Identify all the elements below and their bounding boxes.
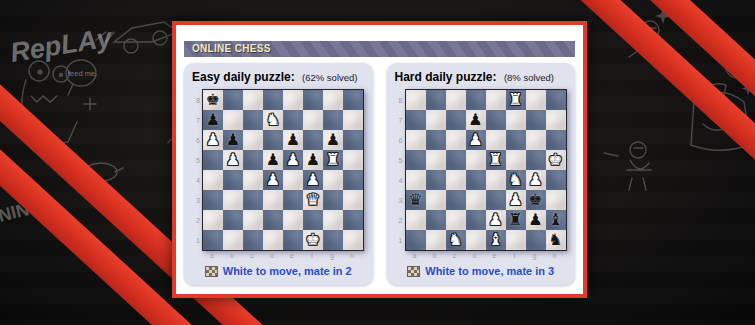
rank-label-1: 1 (196, 237, 200, 244)
square-d1 (263, 230, 283, 250)
square-f3: ♛ (303, 190, 323, 210)
white-pawn: ♟ (266, 172, 280, 188)
square-d4: ♟ (263, 170, 283, 190)
white-knight: ♞ (508, 172, 522, 188)
square-h7 (343, 110, 363, 130)
square-c5 (243, 150, 263, 170)
hard-puzzle-title: Hard daily puzzle: (395, 70, 497, 84)
rank-label-4: 4 (399, 177, 403, 184)
doodle-feed-me-text: feed me. (68, 69, 97, 78)
hard-puzzle-card: Hard daily puzzle: (8% solved) 87654321 … (387, 63, 576, 285)
square-e1: ♝ (486, 230, 506, 250)
square-e5: ♜ (486, 150, 506, 170)
square-c7 (243, 110, 263, 130)
square-a8 (406, 90, 426, 110)
square-b2 (223, 210, 243, 230)
square-h5 (343, 150, 363, 170)
file-label-g: g (533, 252, 537, 259)
square-f5 (506, 150, 526, 170)
square-c8 (243, 90, 263, 110)
square-b6 (426, 130, 446, 150)
white-king: ♚ (306, 232, 320, 248)
white-pawn: ♟ (226, 152, 240, 168)
square-f6 (303, 130, 323, 150)
square-a4 (406, 170, 426, 190)
square-d8 (263, 90, 283, 110)
square-g8 (526, 90, 546, 110)
section-title: ONLINE CHESS (192, 43, 271, 54)
rank-label-2: 2 (196, 217, 200, 224)
white-pawn: ♟ (508, 192, 522, 208)
square-g5: ♜ (323, 150, 343, 170)
file-label-a: a (413, 252, 417, 259)
square-e4 (486, 170, 506, 190)
black-pawn: ♟ (528, 212, 542, 228)
rank-label-7: 7 (399, 117, 403, 124)
square-e8 (486, 90, 506, 110)
square-e2 (283, 210, 303, 230)
easy-puzzle-card: Easy daily puzzle: (62% solved) 87654321… (184, 63, 373, 285)
square-d8 (466, 90, 486, 110)
square-e6 (486, 130, 506, 150)
square-h3 (343, 190, 363, 210)
white-queen: ♛ (306, 192, 320, 208)
square-a1 (203, 230, 223, 250)
black-pawn: ♟ (306, 152, 320, 168)
square-c1: ♞ (446, 230, 466, 250)
white-pawn: ♟ (306, 172, 320, 188)
easy-board-block: 87654321 ♚♟♞♟♟♟♟♟♟♟♟♜♟♟♛♚ abcdefgh (192, 89, 365, 259)
square-f7 (303, 110, 323, 130)
square-g5 (526, 150, 546, 170)
square-c4 (243, 170, 263, 190)
file-label-c: c (250, 252, 254, 259)
white-pawn: ♟ (286, 152, 300, 168)
file-label-f: f (514, 252, 516, 259)
square-a5 (406, 150, 426, 170)
file-label-a: a (210, 252, 214, 259)
square-d2 (466, 210, 486, 230)
square-b8 (223, 90, 243, 110)
hard-puzzle-title-row: Hard daily puzzle: (8% solved) (395, 70, 568, 84)
content-panel: ONLINE CHESS Easy daily puzzle: (62% sol… (172, 21, 587, 298)
square-e8 (283, 90, 303, 110)
hard-puzzle-link[interactable]: White to move, mate in 3 (395, 265, 568, 277)
square-b3 (223, 190, 243, 210)
square-g1 (526, 230, 546, 250)
square-h2: ♝ (546, 210, 566, 230)
square-h2 (343, 210, 363, 230)
easy-puzzle-title: Easy daily puzzle: (192, 70, 295, 84)
file-label-d: d (473, 252, 477, 259)
black-queen: ♛ (408, 192, 422, 208)
file-label-b: b (230, 252, 234, 259)
doodle-replay-graffiti: RepLAy (8, 22, 115, 68)
square-h6 (343, 130, 363, 150)
square-b7 (223, 110, 243, 130)
black-pawn: ♟ (326, 132, 340, 148)
square-f2 (303, 210, 323, 230)
square-a2 (406, 210, 426, 230)
black-bishop: ♝ (548, 212, 562, 228)
square-b3 (426, 190, 446, 210)
square-g7 (526, 110, 546, 130)
rank-label-5: 5 (399, 157, 403, 164)
square-b4 (223, 170, 243, 190)
easy-puzzle-board[interactable]: ♚♟♞♟♟♟♟♟♟♟♟♜♟♟♛♚ (202, 89, 364, 251)
square-f2: ♜ (506, 210, 526, 230)
square-f8: ♜ (506, 90, 526, 110)
square-a6 (406, 130, 426, 150)
square-g3 (323, 190, 343, 210)
black-pawn: ♟ (286, 132, 300, 148)
square-c8 (446, 90, 466, 110)
white-pawn: ♟ (528, 172, 542, 188)
square-c5 (446, 150, 466, 170)
hard-puzzle-board[interactable]: ♜♟♟♜♚♞♟♛♟♚♟♜♟♝♞♝♞ (405, 89, 567, 251)
black-king: ♚ (528, 192, 542, 208)
white-pawn: ♟ (488, 212, 502, 228)
square-b5 (426, 150, 446, 170)
square-g8 (323, 90, 343, 110)
square-d3 (466, 190, 486, 210)
square-h5: ♚ (546, 150, 566, 170)
square-a6: ♟ (203, 130, 223, 150)
square-g7 (323, 110, 343, 130)
square-c1 (243, 230, 263, 250)
square-d4 (466, 170, 486, 190)
square-a3: ♛ (406, 190, 426, 210)
square-f1: ♚ (303, 230, 323, 250)
square-b2 (426, 210, 446, 230)
square-h4 (343, 170, 363, 190)
hard-file-labels: abcdefgh (405, 252, 567, 259)
file-label-c: c (453, 252, 457, 259)
file-label-f: f (311, 252, 313, 259)
hard-board-block: 87654321 ♜♟♟♜♚♞♟♛♟♚♟♜♟♝♞♝♞ abcdefgh (395, 89, 568, 259)
white-bishop: ♝ (488, 232, 502, 248)
rank-label-4: 4 (196, 177, 200, 184)
square-a7: ♟ (203, 110, 223, 130)
easy-puzzle-link-label: White to move, mate in 2 (223, 265, 352, 277)
square-g4 (323, 170, 343, 190)
square-b7 (426, 110, 446, 130)
file-label-g: g (330, 252, 334, 259)
square-g2: ♟ (526, 210, 546, 230)
square-h8 (546, 90, 566, 110)
black-pawn: ♟ (266, 152, 280, 168)
square-h1: ♞ (546, 230, 566, 250)
square-d7: ♞ (263, 110, 283, 130)
square-g4: ♟ (526, 170, 546, 190)
square-h8 (343, 90, 363, 110)
square-e3 (486, 190, 506, 210)
square-e3 (283, 190, 303, 210)
square-b1 (426, 230, 446, 250)
square-e2: ♟ (486, 210, 506, 230)
white-pawn: ♟ (468, 132, 482, 148)
square-a7 (406, 110, 426, 130)
square-a8: ♚ (203, 90, 223, 110)
square-b4 (426, 170, 446, 190)
square-b8 (426, 90, 446, 110)
rank-label-3: 3 (399, 197, 403, 204)
square-e7 (283, 110, 303, 130)
easy-file-labels: abcdefgh (202, 252, 364, 259)
square-f4: ♞ (506, 170, 526, 190)
square-f6 (506, 130, 526, 150)
square-g3: ♚ (526, 190, 546, 210)
square-e5: ♟ (283, 150, 303, 170)
square-a5 (203, 150, 223, 170)
square-d3 (263, 190, 283, 210)
file-label-e: e (493, 252, 497, 259)
square-f7 (506, 110, 526, 130)
easy-puzzle-link[interactable]: White to move, mate in 2 (192, 265, 365, 277)
black-pawn: ♟ (206, 112, 220, 128)
square-d1 (466, 230, 486, 250)
square-a3 (203, 190, 223, 210)
square-g6 (526, 130, 546, 150)
black-pawn: ♟ (468, 112, 482, 128)
square-c3 (446, 190, 466, 210)
white-rook: ♜ (508, 92, 522, 108)
white-rook: ♜ (326, 152, 340, 168)
square-c3 (243, 190, 263, 210)
black-rook: ♜ (508, 212, 522, 228)
square-f8 (303, 90, 323, 110)
rank-label-6: 6 (196, 137, 200, 144)
square-d5 (466, 150, 486, 170)
square-h6 (546, 130, 566, 150)
black-knight: ♞ (548, 232, 562, 248)
square-f5: ♟ (303, 150, 323, 170)
square-b6: ♟ (223, 130, 243, 150)
rank-label-2: 2 (399, 217, 403, 224)
file-label-h: h (553, 252, 557, 259)
easy-puzzle-solved-stat: (62% solved) (302, 72, 357, 83)
square-e4 (283, 170, 303, 190)
square-b5: ♟ (223, 150, 243, 170)
white-king: ♚ (548, 152, 562, 168)
mini-chessboard-icon (407, 266, 420, 277)
square-g6: ♟ (323, 130, 343, 150)
square-a4 (203, 170, 223, 190)
square-d5: ♟ (263, 150, 283, 170)
rank-label-3: 3 (196, 197, 200, 204)
square-g2 (323, 210, 343, 230)
square-c4 (446, 170, 466, 190)
rank-label-8: 8 (399, 97, 403, 104)
square-b1 (223, 230, 243, 250)
easy-rank-labels: 87654321 (192, 89, 202, 251)
square-a2 (203, 210, 223, 230)
square-h1 (343, 230, 363, 250)
hard-puzzle-solved-stat: (8% solved) (504, 72, 554, 83)
square-c7 (446, 110, 466, 130)
hard-puzzle-link-label: White to move, mate in 3 (425, 265, 554, 277)
square-h7 (546, 110, 566, 130)
square-e6: ♟ (283, 130, 303, 150)
square-c6 (446, 130, 466, 150)
rank-label-6: 6 (399, 137, 403, 144)
white-knight: ♞ (266, 112, 280, 128)
easy-puzzle-title-row: Easy daily puzzle: (62% solved) (192, 70, 365, 84)
section-header: ONLINE CHESS (184, 41, 575, 57)
square-g1 (323, 230, 343, 250)
square-h4 (546, 170, 566, 190)
square-e1 (283, 230, 303, 250)
file-label-d: d (270, 252, 274, 259)
square-c6 (243, 130, 263, 150)
rank-label-8: 8 (196, 97, 200, 104)
white-knight: ♞ (448, 232, 462, 248)
square-c2 (243, 210, 263, 230)
square-e7 (486, 110, 506, 130)
square-d6 (263, 130, 283, 150)
file-label-h: h (350, 252, 354, 259)
square-d6: ♟ (466, 130, 486, 150)
rank-label-1: 1 (399, 237, 403, 244)
file-label-b: b (433, 252, 437, 259)
square-h3 (546, 190, 566, 210)
square-f4: ♟ (303, 170, 323, 190)
square-f1 (506, 230, 526, 250)
hard-rank-labels: 87654321 (395, 89, 405, 251)
square-c2 (446, 210, 466, 230)
puzzle-cards-row: Easy daily puzzle: (62% solved) 87654321… (184, 63, 575, 285)
square-d7: ♟ (466, 110, 486, 130)
white-pawn: ♟ (206, 132, 220, 148)
mini-chessboard-icon (205, 266, 218, 277)
black-pawn: ♟ (226, 132, 240, 148)
rank-label-5: 5 (196, 157, 200, 164)
square-a1 (406, 230, 426, 250)
file-label-e: e (290, 252, 294, 259)
square-d2 (263, 210, 283, 230)
black-king: ♚ (206, 92, 220, 108)
rank-label-7: 7 (196, 117, 200, 124)
square-f3: ♟ (506, 190, 526, 210)
white-rook: ♜ (488, 152, 502, 168)
